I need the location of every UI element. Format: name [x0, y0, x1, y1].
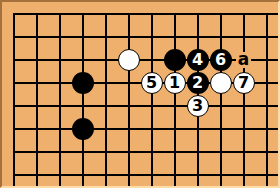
grid-line-vertical	[266, 13, 268, 187]
stone-black-4: 4	[187, 49, 209, 71]
grid-line-vertical	[243, 13, 245, 187]
grid-line-horizontal	[13, 128, 279, 130]
grid-line-vertical	[128, 13, 130, 187]
grid-line-vertical	[105, 13, 107, 187]
grid-line-horizontal	[13, 13, 279, 15]
grid-line-vertical	[36, 13, 38, 187]
grid-line-horizontal	[13, 105, 279, 107]
grid-line-vertical	[59, 13, 61, 187]
stone-white-7: 7	[233, 72, 255, 94]
stone-black-2: 2	[187, 72, 209, 94]
point-label-a: a	[236, 52, 251, 68]
stone-black	[72, 118, 94, 140]
grid-line-horizontal	[13, 36, 279, 38]
grid-line-vertical	[82, 13, 84, 187]
go-board: 4651273a	[0, 0, 280, 188]
grid-line-horizontal	[13, 151, 279, 153]
grid-line-vertical	[220, 13, 222, 187]
grid-line-vertical	[174, 13, 176, 187]
stone-white-5: 5	[141, 72, 163, 94]
grid-line-horizontal	[13, 174, 279, 176]
grid-line-vertical	[151, 13, 153, 187]
stone-black-6: 6	[210, 49, 232, 71]
grid-line-vertical	[13, 13, 15, 187]
stone-white-3: 3	[187, 95, 209, 117]
stone-black	[164, 49, 186, 71]
stone-black	[72, 72, 94, 94]
stone-white	[118, 49, 140, 71]
stone-white-1: 1	[164, 72, 186, 94]
stone-white	[210, 72, 232, 94]
